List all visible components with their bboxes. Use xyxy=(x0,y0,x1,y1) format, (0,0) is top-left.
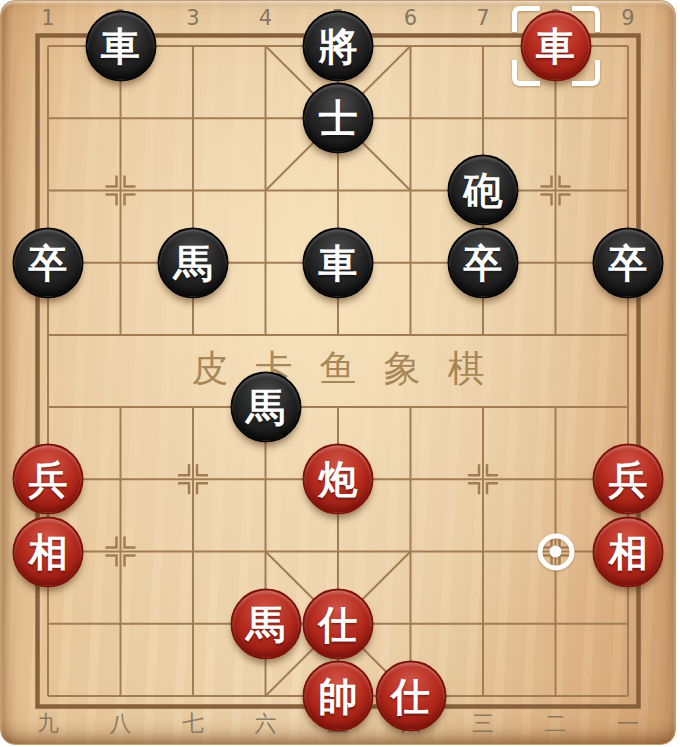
piece-glyph: 士 xyxy=(319,99,358,138)
file-label-bottom: 八 xyxy=(110,709,132,739)
piece-black-horse[interactable]: 馬 xyxy=(230,372,301,443)
piece-glyph: 兵 xyxy=(29,460,68,499)
piece-glyph: 車 xyxy=(101,27,140,66)
piece-red-advisor[interactable]: 仕 xyxy=(375,660,446,731)
xiangqi-app: 皮卡鱼象棋 123456789九八七六五四三二一 車將車士砲卒馬車卒卒馬兵炮兵相… xyxy=(0,0,680,747)
file-label-top: 4 xyxy=(259,6,272,30)
file-label-bottom: 七 xyxy=(182,709,204,739)
piece-glyph: 車 xyxy=(319,243,358,282)
file-label-top: 9 xyxy=(621,6,634,30)
piece-red-horse[interactable]: 馬 xyxy=(230,588,301,659)
piece-glyph: 馬 xyxy=(174,243,213,282)
piece-black-soldier[interactable]: 卒 xyxy=(448,227,519,298)
piece-glyph: 炮 xyxy=(319,460,358,499)
piece-black-chariot[interactable]: 車 xyxy=(85,11,156,82)
file-label-bottom: 六 xyxy=(255,709,277,739)
piece-glyph: 仕 xyxy=(319,604,358,643)
piece-red-soldier[interactable]: 兵 xyxy=(13,444,84,515)
piece-glyph: 馬 xyxy=(246,604,285,643)
piece-glyph: 兵 xyxy=(609,460,648,499)
file-label-top: 1 xyxy=(41,6,54,30)
piece-red-soldier[interactable]: 兵 xyxy=(593,444,664,515)
piece-red-general[interactable]: 帥 xyxy=(303,660,374,731)
file-label-bottom: 九 xyxy=(37,709,59,739)
piece-red-cannon[interactable]: 炮 xyxy=(303,444,374,515)
piece-black-general[interactable]: 將 xyxy=(303,11,374,82)
piece-glyph: 車 xyxy=(536,27,575,66)
piece-black-cannon[interactable]: 砲 xyxy=(448,155,519,226)
piece-black-chariot[interactable]: 車 xyxy=(303,227,374,298)
piece-glyph: 帥 xyxy=(319,676,358,715)
piece-glyph: 馬 xyxy=(246,388,285,427)
file-label-bottom: 三 xyxy=(472,709,494,739)
file-label-top: 7 xyxy=(476,6,489,30)
piece-black-advisor[interactable]: 士 xyxy=(303,83,374,154)
piece-glyph: 相 xyxy=(29,532,68,571)
piece-red-advisor[interactable]: 仕 xyxy=(303,588,374,659)
piece-red-elephant[interactable]: 相 xyxy=(593,516,664,587)
file-label-top: 6 xyxy=(404,6,417,30)
piece-glyph: 卒 xyxy=(464,243,503,282)
piece-black-soldier[interactable]: 卒 xyxy=(593,227,664,298)
piece-glyph: 砲 xyxy=(464,171,503,210)
file-label-top: 3 xyxy=(186,6,199,30)
piece-red-chariot[interactable]: 車 xyxy=(520,11,591,82)
piece-glyph: 相 xyxy=(609,532,648,571)
piece-glyph: 將 xyxy=(319,27,358,66)
file-label-bottom: 一 xyxy=(617,709,639,739)
piece-glyph: 仕 xyxy=(391,676,430,715)
piece-glyph: 卒 xyxy=(29,243,68,282)
file-label-bottom: 二 xyxy=(545,709,567,739)
piece-black-horse[interactable]: 馬 xyxy=(158,227,229,298)
piece-glyph: 卒 xyxy=(609,243,648,282)
piece-black-soldier[interactable]: 卒 xyxy=(13,227,84,298)
piece-red-elephant[interactable]: 相 xyxy=(13,516,84,587)
